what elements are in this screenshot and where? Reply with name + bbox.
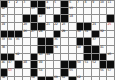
cell-r11-c3[interactable] [15,77,23,80]
cell-r10-c13[interactable] [92,69,100,77]
black-cell-r3-c5 [31,15,39,23]
cell-r3-c10[interactable]: 18 [69,15,77,23]
black-cell-r11-c7 [46,77,54,80]
black-cell-r9-c9 [61,61,69,69]
clue-number-61: 61 [62,76,65,80]
clue-number-41: 41 [100,46,103,50]
clue-number-29: 29 [62,30,65,34]
cell-r3-c12[interactable] [84,15,92,23]
black-cell-r11-c6 [38,77,46,80]
clue-number-20: 20 [23,23,26,27]
clue-number-39: 39 [54,46,57,50]
cell-r4-c15[interactable]: 25 [107,23,115,31]
black-cell-r6-c6 [38,38,46,46]
cell-r6-c9[interactable] [61,38,69,46]
cell-r4-c8[interactable]: 22 [54,23,62,31]
cell-r9-c1[interactable]: 46 [0,61,8,69]
clue-number-3: 3 [23,1,25,5]
cell-r1-c12[interactable]: 8 [84,0,92,8]
clue-number-42: 42 [16,53,19,57]
special-clue-number-53: 53 [8,69,11,73]
cell-r2-c14[interactable] [100,8,108,16]
cell-r11-c2[interactable] [8,77,16,80]
cell-r2-c11[interactable] [77,8,85,16]
clue-number-7: 7 [77,1,79,5]
black-cell-r6-c12 [84,38,92,46]
black-cell-r1-c6 [38,0,46,8]
clue-number-1: 1 [8,1,10,5]
cell-r7-c14[interactable]: 41 [100,46,108,54]
clue-number-8: 8 [85,1,87,5]
cell-r5-c7[interactable] [46,31,54,39]
clue-number-32: 32 [100,30,103,34]
cell-r9-c8[interactable] [54,61,62,69]
cell-r2-c4[interactable] [23,8,31,16]
cell-r10-c2[interactable]: 53 [8,69,16,77]
cell-r1-c3[interactable]: 2 [15,0,23,8]
cell-r7-c9[interactable] [61,46,69,54]
cell-r5-c14[interactable]: 32 [100,31,108,39]
cell-r6-c10[interactable] [69,38,77,46]
cell-r6-c4[interactable] [23,38,31,46]
black-cell-r7-c12 [84,46,92,54]
clue-number-51: 51 [85,61,88,65]
cell-r3-c11[interactable] [77,15,85,23]
clue-number-52: 52 [92,61,95,65]
clue-number-54: 54 [39,69,42,73]
clue-number-4: 4 [46,1,48,5]
black-cell-r7-c13 [92,46,100,54]
cell-r2-c12[interactable] [84,8,92,16]
cell-r11-c13[interactable] [92,77,100,80]
clue-number-28: 28 [39,30,42,34]
cell-r7-c2[interactable] [8,46,16,54]
cell-r1-c13[interactable]: 9 [92,0,100,8]
cell-r2-c7[interactable]: 14 [46,8,54,16]
black-cell-r8-c14 [100,54,108,62]
clue-number-31: 31 [85,30,88,34]
clue-number-2: 2 [16,1,18,5]
cell-r9-c12[interactable]: 51 [84,61,92,69]
clue-number-15: 15 [69,7,72,11]
crossword-grid: 1234567891011121314151617181920212223242… [0,0,115,80]
cell-r10-c14[interactable]: 56 [100,69,108,77]
clue-number-44: 44 [46,53,49,57]
cell-r4-c1[interactable]: 19 [0,23,8,31]
clue-number-26: 26 [23,30,26,34]
cell-r8-c9[interactable] [61,54,69,62]
cell-r1-c4[interactable]: 3 [23,0,31,8]
cell-r2-c3[interactable] [15,8,23,16]
clue-number-18: 18 [69,15,72,19]
cell-r8-c15[interactable]: 45 [107,54,115,62]
black-cell-r1-c9 [61,0,69,8]
clue-number-10: 10 [100,1,103,5]
cell-r11-c15[interactable] [107,77,115,80]
cell-r7-c11[interactable]: 40 [77,46,85,54]
cell-r11-c4[interactable] [23,77,31,80]
clue-number-14: 14 [46,7,49,11]
cell-r2-c13[interactable] [92,8,100,16]
clue-number-11: 11 [108,1,111,5]
cell-r11-c8[interactable]: 60 [54,77,62,80]
clue-number-19: 19 [1,23,4,27]
crossword-screenshot: 1234567891011121314151617181920212223242… [0,0,115,80]
cell-r5-c11[interactable]: 30 [77,31,85,39]
cell-r7-c1[interactable]: 38 [0,46,8,54]
cell-r7-c10[interactable] [69,46,77,54]
clue-number-30: 30 [77,30,80,34]
cell-r5-c15[interactable] [107,31,115,39]
clue-number-35: 35 [16,38,19,42]
black-cell-r9-c5 [31,61,39,69]
cell-r10-c4[interactable] [23,69,31,77]
cell-r10-c12[interactable] [84,69,92,77]
cell-r6-c2[interactable]: 34 [8,38,16,46]
cell-r11-c12[interactable] [84,77,92,80]
cell-r1-c8[interactable]: 5 [54,0,62,8]
cell-r5-c4[interactable]: 26 [23,31,31,39]
clue-number-49: 49 [39,61,42,65]
cell-r5-c5[interactable]: 27 [31,31,39,39]
clue-number-43: 43 [39,53,42,57]
clue-number-6: 6 [69,1,71,5]
clue-number-55: 55 [69,69,72,73]
cell-r8-c10[interactable] [69,54,77,62]
clue-number-21: 21 [46,23,49,27]
cell-r4-c13[interactable]: 24 [92,23,100,31]
clue-number-58: 58 [1,76,4,80]
cell-r10-c15[interactable]: 57 [107,69,115,77]
cell-r8-c8[interactable] [54,54,62,62]
cell-r9-c11[interactable]: 50 [77,61,85,69]
black-cell-r9-c3 [15,61,23,69]
cell-r4-c2[interactable] [8,23,16,31]
cell-r11-c5[interactable]: 59 [31,77,39,80]
cell-r8-c7[interactable]: 44 [46,54,54,62]
black-cell-r8-c5 [31,54,39,62]
cell-r5-c12[interactable]: 31 [84,31,92,39]
clue-number-56: 56 [100,69,103,73]
cell-r3-c14[interactable] [100,15,108,23]
cell-r10-c6[interactable]: 54 [38,69,46,77]
cell-r5-c10[interactable] [69,31,77,39]
black-cell-r2-c9 [61,8,69,16]
clue-number-23: 23 [62,23,65,27]
clue-number-40: 40 [77,46,80,50]
cell-r11-c14[interactable] [100,77,108,80]
black-cell-r6-c7 [46,38,54,46]
clue-number-27: 27 [31,30,34,34]
clue-number-13: 13 [31,7,34,11]
cell-r7-c8[interactable]: 39 [54,46,62,54]
clue-number-57: 57 [108,69,111,73]
clue-number-45: 45 [108,53,111,57]
clue-number-50: 50 [77,61,80,65]
cell-r3-c6[interactable]: 17 [38,15,46,23]
clue-number-17: 17 [39,15,42,19]
cell-r6-c13[interactable]: 37 [92,38,100,46]
cell-r4-c3[interactable] [15,23,23,31]
clue-number-48: 48 [23,61,26,65]
clue-number-5: 5 [54,1,56,5]
cell-r9-c13[interactable]: 52 [92,61,100,69]
cell-r1-c15[interactable]: 11 [107,0,115,8]
clue-number-16: 16 [1,15,4,19]
cell-r1-c11[interactable]: 7 [77,0,85,8]
cell-r3-c2[interactable] [8,15,16,23]
clue-number-22: 22 [54,23,57,27]
cell-r9-c4[interactable]: 48 [23,61,31,69]
clue-number-46: 46 [1,61,4,65]
cell-r11-c9[interactable]: 61 [61,77,69,80]
clue-number-24: 24 [92,23,95,27]
cell-r10-c7[interactable] [46,69,54,77]
clue-number-12: 12 [1,7,4,11]
cell-r6-c5[interactable] [31,38,39,46]
cell-r4-c10[interactable] [69,23,77,31]
clue-number-34: 34 [8,38,11,42]
clue-number-47: 47 [8,61,11,65]
cell-r11-c11[interactable]: 62 [77,77,85,80]
cell-r10-c3[interactable] [15,69,23,77]
clue-number-62: 62 [77,76,80,80]
clue-number-9: 9 [92,1,94,5]
cell-r2-c8[interactable] [54,8,62,16]
cell-r11-c1[interactable]: 58 [0,77,8,80]
cell-r5-c6[interactable]: 28 [38,31,46,39]
clue-number-36: 36 [54,38,57,42]
cell-r9-c7[interactable] [46,61,54,69]
cell-r5-c9[interactable]: 29 [61,31,69,39]
clue-number-37: 37 [92,38,95,42]
cell-r4-c7[interactable]: 21 [46,23,54,31]
cell-r3-c3[interactable] [15,15,23,23]
cell-r7-c5[interactable] [31,46,39,54]
cell-r8-c3[interactable]: 42 [15,54,23,62]
cell-r1-c2[interactable]: 1 [8,0,16,8]
cell-r6-c3[interactable]: 35 [15,38,23,46]
cell-r2-c15[interactable] [107,8,115,16]
cell-r2-c5[interactable]: 13 [31,8,39,16]
cell-r10-c10[interactable]: 55 [69,69,77,77]
cell-r2-c2[interactable] [8,8,16,16]
clue-number-59: 59 [31,76,34,80]
special-clue-number-25: 25 [108,23,111,27]
cell-r1-c14[interactable]: 10 [100,0,108,8]
black-cell-r11-c10 [69,77,77,80]
clue-number-33: 33 [1,38,4,42]
clue-number-38: 38 [1,46,4,50]
cell-r6-c15[interactable] [107,38,115,46]
clue-number-60: 60 [54,76,57,80]
cell-r7-c4[interactable] [23,46,31,54]
